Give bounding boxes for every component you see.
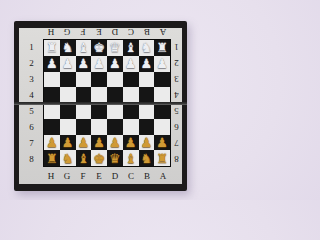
square-e5[interactable] [91, 103, 107, 119]
coordinate-label: 6 [21, 119, 42, 135]
coordinate-label: A [155, 168, 171, 184]
square-c8[interactable]: ♝ [123, 150, 139, 166]
square-f4[interactable] [76, 87, 92, 103]
coordinate-label: E [91, 25, 107, 39]
square-h5[interactable] [44, 103, 60, 119]
gold-pawn[interactable]: ♟ [46, 136, 58, 149]
gold-knight[interactable]: ♞ [141, 152, 153, 165]
silver-rook[interactable]: ♜ [46, 41, 58, 54]
coordinate-label: E [91, 168, 107, 184]
square-b2[interactable]: ♟ [139, 56, 155, 72]
square-d8[interactable]: ♛ [107, 150, 123, 166]
coordinate-label: B [139, 168, 155, 184]
square-g7[interactable]: ♟ [60, 135, 76, 151]
coordinate-label: G [59, 25, 75, 39]
silver-pawn[interactable]: ♟ [93, 57, 105, 70]
square-b3[interactable] [139, 72, 155, 88]
silver-bishop[interactable]: ♝ [125, 41, 137, 54]
coordinate-label: D [107, 25, 123, 39]
square-e7[interactable]: ♟ [91, 135, 107, 151]
coordinate-label: 3 [21, 71, 42, 87]
square-e8[interactable]: ♚ [91, 150, 107, 166]
square-f3[interactable] [76, 72, 92, 88]
coordinate-label: 8 [21, 151, 42, 167]
gold-pawn[interactable]: ♟ [78, 136, 90, 149]
coordinate-label: 7 [21, 135, 42, 151]
gold-bishop[interactable]: ♝ [125, 152, 137, 165]
coordinate-label: G [59, 168, 75, 184]
square-g4[interactable] [60, 87, 76, 103]
square-a7[interactable]: ♟ [154, 135, 170, 151]
coordinate-label: H [43, 168, 59, 184]
square-a4[interactable] [154, 87, 170, 103]
square-g3[interactable] [60, 72, 76, 88]
square-e4[interactable] [91, 87, 107, 103]
coordinate-label: 7 [171, 135, 182, 151]
silver-rook[interactable]: ♜ [156, 41, 168, 54]
square-h4[interactable] [44, 87, 60, 103]
square-g6[interactable] [60, 119, 76, 135]
square-g8[interactable]: ♞ [60, 150, 76, 166]
gold-pawn[interactable]: ♟ [125, 136, 137, 149]
square-e6[interactable] [91, 119, 107, 135]
square-f5[interactable] [76, 103, 92, 119]
coordinate-label: B [139, 25, 155, 39]
folding-hinge-seam [14, 102, 187, 105]
silver-bishop[interactable]: ♝ [78, 41, 90, 54]
coordinate-label: 5 [21, 103, 42, 119]
square-h3[interactable] [44, 72, 60, 88]
gold-rook[interactable]: ♜ [156, 152, 168, 165]
square-b4[interactable] [139, 87, 155, 103]
square-e1[interactable]: ♚ [91, 40, 107, 56]
coordinate-label: D [107, 168, 123, 184]
square-c7[interactable]: ♟ [123, 135, 139, 151]
square-d4[interactable] [107, 87, 123, 103]
square-f8[interactable]: ♝ [76, 150, 92, 166]
square-b7[interactable]: ♟ [139, 135, 155, 151]
gold-pawn[interactable]: ♟ [93, 136, 105, 149]
silver-pawn[interactable]: ♟ [62, 57, 74, 70]
silver-knight[interactable]: ♞ [141, 41, 153, 54]
square-d2[interactable]: ♟ [107, 56, 123, 72]
gold-rook[interactable]: ♜ [46, 152, 58, 165]
square-h2[interactable]: ♟ [44, 56, 60, 72]
silver-pawn[interactable]: ♟ [125, 57, 137, 70]
gold-pawn[interactable]: ♟ [109, 136, 121, 149]
square-g2[interactable]: ♟ [60, 56, 76, 72]
square-h1[interactable]: ♜ [44, 40, 60, 56]
square-f7[interactable]: ♟ [76, 135, 92, 151]
silver-pawn[interactable]: ♟ [156, 57, 168, 70]
product-photo-scene: HGFEDCBA HGFEDCBA 12345678 12345678 ♜♞♝♚… [0, 0, 200, 200]
gold-king[interactable]: ♚ [93, 152, 105, 165]
square-b1[interactable]: ♞ [139, 40, 155, 56]
gold-pawn[interactable]: ♟ [141, 136, 153, 149]
file-labels-top: HGFEDCBA [43, 25, 171, 39]
coordinate-label: H [43, 25, 59, 39]
coordinate-label: F [75, 168, 91, 184]
square-b5[interactable] [139, 103, 155, 119]
coordinate-label: 2 [171, 55, 182, 71]
square-c1[interactable]: ♝ [123, 40, 139, 56]
coordinate-label: 4 [171, 87, 182, 103]
square-d3[interactable] [107, 72, 123, 88]
coordinate-label: F [75, 25, 91, 39]
square-b8[interactable]: ♞ [139, 150, 155, 166]
square-g5[interactable] [60, 103, 76, 119]
gold-pawn[interactable]: ♟ [62, 136, 74, 149]
square-d5[interactable] [107, 103, 123, 119]
coordinate-label: 1 [21, 39, 42, 55]
square-a1[interactable]: ♜ [154, 40, 170, 56]
square-e2[interactable]: ♟ [91, 56, 107, 72]
coordinate-label: 4 [21, 87, 42, 103]
coordinate-label: C [123, 168, 139, 184]
square-c4[interactable] [123, 87, 139, 103]
silver-pawn[interactable]: ♟ [141, 57, 153, 70]
silver-pawn[interactable]: ♟ [78, 57, 90, 70]
square-a3[interactable] [154, 72, 170, 88]
square-f1[interactable]: ♝ [76, 40, 92, 56]
square-a8[interactable]: ♜ [154, 150, 170, 166]
square-h7[interactable]: ♟ [44, 135, 60, 151]
coordinate-label: 3 [171, 71, 182, 87]
coordinate-label: C [123, 25, 139, 39]
square-f2[interactable]: ♟ [76, 56, 92, 72]
gold-knight[interactable]: ♞ [62, 152, 74, 165]
square-c2[interactable]: ♟ [123, 56, 139, 72]
square-a6[interactable] [154, 119, 170, 135]
file-labels-bottom: HGFEDCBA [43, 168, 171, 184]
square-d7[interactable]: ♟ [107, 135, 123, 151]
gold-pawn[interactable]: ♟ [156, 136, 168, 149]
square-a5[interactable] [154, 103, 170, 119]
silver-pawn[interactable]: ♟ [109, 57, 121, 70]
gold-queen[interactable]: ♛ [109, 152, 121, 165]
silver-king[interactable]: ♚ [93, 41, 105, 54]
square-e3[interactable] [91, 72, 107, 88]
square-h8[interactable]: ♜ [44, 150, 60, 166]
coordinate-label: A [155, 25, 171, 39]
square-d6[interactable] [107, 119, 123, 135]
square-g1[interactable]: ♞ [60, 40, 76, 56]
coordinate-label: 8 [171, 151, 182, 167]
silver-knight[interactable]: ♞ [62, 41, 74, 54]
square-c6[interactable] [123, 119, 139, 135]
chess-case-frame: HGFEDCBA HGFEDCBA 12345678 12345678 ♜♞♝♚… [14, 21, 187, 191]
square-h6[interactable] [44, 119, 60, 135]
square-f6[interactable] [76, 119, 92, 135]
coordinate-label: 2 [21, 55, 42, 71]
square-b6[interactable] [139, 119, 155, 135]
square-c3[interactable] [123, 72, 139, 88]
square-a2[interactable]: ♟ [154, 56, 170, 72]
square-c5[interactable] [123, 103, 139, 119]
gold-bishop[interactable]: ♝ [78, 152, 90, 165]
coordinate-label: 6 [171, 119, 182, 135]
silver-queen[interactable]: ♛ [109, 41, 121, 54]
coordinate-label: 5 [171, 103, 182, 119]
square-d1[interactable]: ♛ [107, 40, 123, 56]
silver-pawn[interactable]: ♟ [46, 57, 58, 70]
coordinate-label: 1 [171, 39, 182, 55]
